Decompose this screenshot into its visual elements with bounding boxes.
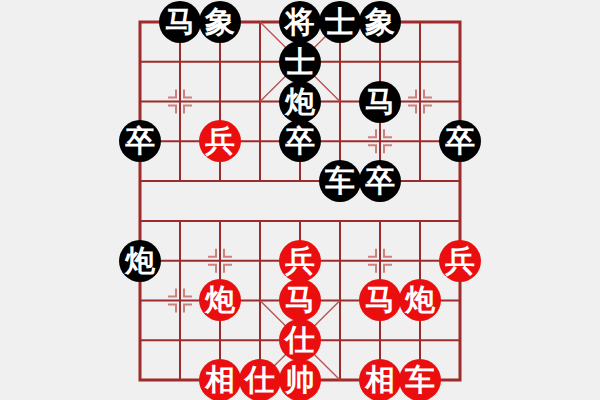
red-pawn-i6[interactable]: 兵: [439, 240, 481, 282]
red-horse-e7[interactable]: 马: [279, 279, 321, 321]
black-chariot-f4[interactable]: 车: [319, 160, 361, 202]
black-horse-g2[interactable]: 马: [359, 81, 401, 123]
black-pawn-g4[interactable]: 卒: [359, 160, 401, 202]
red-horse-g7[interactable]: 马: [359, 279, 401, 321]
black-general-e0[interactable]: 将: [279, 1, 321, 43]
red-cannon-h7[interactable]: 炮: [399, 279, 441, 321]
black-advisor-e1[interactable]: 士: [279, 41, 321, 83]
black-elephant-c0[interactable]: 象: [199, 1, 241, 43]
red-general-e9[interactable]: 帅: [279, 359, 321, 400]
red-advisor-d9[interactable]: 仕: [239, 359, 281, 400]
black-pawn-i3[interactable]: 卒: [439, 120, 481, 162]
red-chariot-h9[interactable]: 车: [399, 359, 441, 400]
red-elephant-g9[interactable]: 相: [359, 359, 401, 400]
red-pawn-c3[interactable]: 兵: [199, 120, 241, 162]
black-pawn-a3[interactable]: 卒: [119, 120, 161, 162]
red-pawn-e6[interactable]: 兵: [279, 240, 321, 282]
red-advisor-e8[interactable]: 仕: [279, 319, 321, 361]
red-elephant-c9[interactable]: 相: [199, 359, 241, 400]
black-advisor-f0[interactable]: 士: [319, 1, 361, 43]
xiangqi-board[interactable]: 马象将士象士炮马卒兵卒卒车卒炮兵兵炮马马炮仕相仕帅相车: [0, 0, 600, 400]
red-cannon-c7[interactable]: 炮: [199, 279, 241, 321]
black-cannon-e2[interactable]: 炮: [279, 81, 321, 123]
pieces-layer: 马象将士象士炮马卒兵卒卒车卒炮兵兵炮马马炮仕相仕帅相车: [0, 0, 600, 400]
black-horse-b0[interactable]: 马: [159, 1, 201, 43]
black-cannon-a6[interactable]: 炮: [119, 240, 161, 282]
black-elephant-g0[interactable]: 象: [359, 1, 401, 43]
black-pawn-e3[interactable]: 卒: [279, 120, 321, 162]
